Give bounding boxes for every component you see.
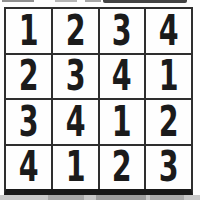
latin-square-board: 1 2 3 4 2 3 4 1 3 4 1 2 4 1 2 3 (4, 7, 193, 195)
scan-smudge (150, 195, 184, 200)
cell-r2c3: 2 (146, 100, 191, 144)
cell-r3c3: 3 (146, 146, 191, 190)
scan-smudge (48, 195, 84, 200)
cell-digit: 4 (112, 55, 132, 97)
scanned-puzzle-page: 1 2 3 4 2 3 4 1 3 4 1 2 4 1 2 3 (0, 0, 200, 200)
cell-digit: 3 (159, 146, 179, 188)
scan-smudge (96, 195, 146, 200)
cell-digit: 1 (159, 55, 179, 97)
cell-digit: 4 (65, 101, 85, 143)
cell-digit: 1 (65, 146, 85, 188)
cell-r0c3: 4 (146, 9, 191, 53)
cell-r0c0: 1 (6, 9, 51, 53)
cell-r3c1: 1 (53, 146, 98, 190)
scan-artifact-bottom-strip (0, 195, 200, 200)
cell-r0c1: 2 (53, 9, 98, 53)
scan-artifact-top-right (103, 0, 187, 3)
cell-digit: 1 (112, 101, 132, 143)
cell-digit: 3 (112, 10, 132, 52)
cell-digit: 2 (112, 146, 132, 188)
cell-digit: 4 (159, 10, 179, 52)
cell-r0c2: 3 (100, 9, 145, 53)
cell-digit: 4 (18, 146, 38, 188)
cell-r1c1: 3 (53, 55, 98, 99)
cell-digit: 3 (18, 101, 38, 143)
cell-digit: 2 (18, 55, 38, 97)
cell-r1c3: 1 (146, 55, 191, 99)
cell-r3c2: 2 (100, 146, 145, 190)
cell-digit: 1 (18, 10, 38, 52)
cell-digit: 2 (65, 10, 85, 52)
cell-digit: 2 (159, 101, 179, 143)
cell-digit: 3 (65, 55, 85, 97)
cell-r2c1: 4 (53, 100, 98, 144)
cell-r3c0: 4 (6, 146, 51, 190)
cell-r1c0: 2 (6, 55, 51, 99)
cell-r2c2: 1 (100, 100, 145, 144)
cell-r1c2: 4 (100, 55, 145, 99)
scan-artifact-top-left (2, 0, 34, 2)
scan-artifact-top-mid-2 (85, 0, 101, 2)
cell-r2c0: 3 (6, 100, 51, 144)
scan-artifact-top-mid-1 (55, 0, 77, 2)
